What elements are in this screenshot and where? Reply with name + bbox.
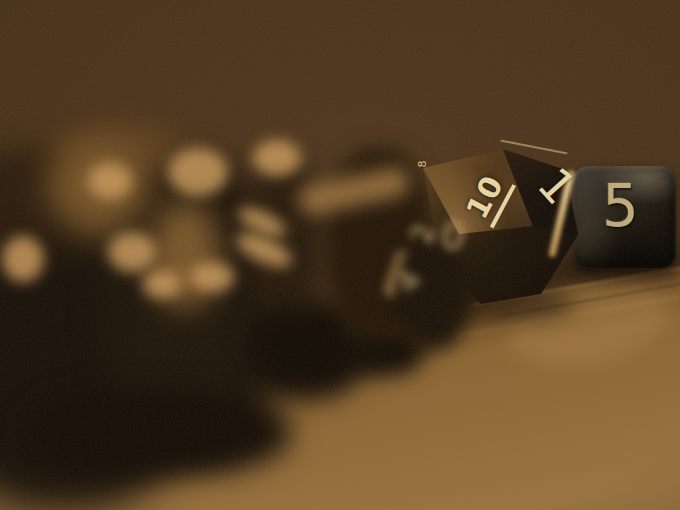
- bokeh-highlight: [253, 140, 301, 176]
- bokeh-highlight: [190, 262, 234, 292]
- d6-die: 5: [573, 166, 676, 268]
- bokeh-highlight: [143, 270, 181, 298]
- d6-face-value: 5: [602, 172, 639, 240]
- bokeh-highlight: [168, 148, 228, 196]
- blurred-die-silhouette: [30, 390, 290, 475]
- d10-edge-face-value: 8: [416, 161, 429, 168]
- bokeh-highlight: [108, 232, 156, 272]
- bokeh-highlight: [2, 236, 44, 282]
- bokeh-highlight: [88, 163, 132, 199]
- dice-photo: 5 10 1 8 2 0 4: [0, 0, 680, 510]
